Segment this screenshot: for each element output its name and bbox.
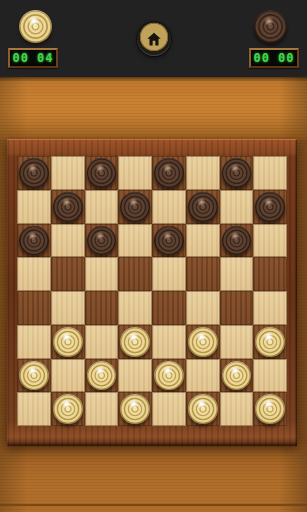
square-r3c1[interactable] — [17, 224, 51, 258]
square-r5c8[interactable] — [253, 291, 287, 325]
light-checker-piece[interactable] — [255, 394, 285, 424]
dark-checker-piece[interactable] — [19, 226, 49, 256]
square-r5c7[interactable] — [220, 291, 254, 325]
square-r8c2[interactable] — [51, 392, 85, 426]
square-r2c7[interactable] — [220, 190, 254, 224]
square-r7c7[interactable] — [220, 359, 254, 393]
square-r7c6[interactable] — [186, 359, 220, 393]
light-checker-piece[interactable] — [154, 361, 184, 391]
square-r7c1[interactable] — [17, 359, 51, 393]
square-r2c3[interactable] — [85, 190, 119, 224]
square-r8c7[interactable] — [220, 392, 254, 426]
dark-checker-piece[interactable] — [154, 158, 184, 188]
light-checker-piece[interactable] — [87, 361, 117, 391]
square-r3c7[interactable] — [220, 224, 254, 258]
square-r8c6[interactable] — [186, 392, 220, 426]
square-r2c8[interactable] — [253, 190, 287, 224]
square-r5c1[interactable] — [17, 291, 51, 325]
light-checker-piece[interactable] — [222, 361, 252, 391]
checkers-board — [17, 156, 287, 426]
dark-checker-piece[interactable] — [255, 192, 285, 222]
square-r1c2[interactable] — [51, 156, 85, 190]
square-r1c1[interactable] — [17, 156, 51, 190]
square-r8c1[interactable] — [17, 392, 51, 426]
square-r8c3[interactable] — [85, 392, 119, 426]
square-r6c4[interactable] — [118, 325, 152, 359]
square-r3c6[interactable] — [186, 224, 220, 258]
light-checker-piece[interactable] — [53, 394, 83, 424]
square-r7c2[interactable] — [51, 359, 85, 393]
square-r4c1[interactable] — [17, 257, 51, 291]
square-r8c5[interactable] — [152, 392, 186, 426]
square-r1c6[interactable] — [186, 156, 220, 190]
square-r7c4[interactable] — [118, 359, 152, 393]
dark-checker-piece[interactable] — [87, 158, 117, 188]
square-r4c7[interactable] — [220, 257, 254, 291]
light-checker-piece[interactable] — [19, 361, 49, 391]
light-checker-piece[interactable] — [188, 327, 218, 357]
square-r5c6[interactable] — [186, 291, 220, 325]
square-r5c4[interactable] — [118, 291, 152, 325]
square-r3c2[interactable] — [51, 224, 85, 258]
square-r6c3[interactable] — [85, 325, 119, 359]
light-player-indicator-piece — [19, 10, 52, 43]
square-r8c4[interactable] — [118, 392, 152, 426]
dark-checker-piece[interactable] — [154, 226, 184, 256]
square-r5c3[interactable] — [85, 291, 119, 325]
light-checker-piece[interactable] — [255, 327, 285, 357]
square-r4c8[interactable] — [253, 257, 287, 291]
square-r6c5[interactable] — [152, 325, 186, 359]
square-r5c5[interactable] — [152, 291, 186, 325]
dark-checker-piece[interactable] — [120, 192, 150, 222]
dark-clock-time: 00 00 — [251, 50, 297, 66]
square-r7c3[interactable] — [85, 359, 119, 393]
dark-checker-piece[interactable] — [53, 192, 83, 222]
square-r3c5[interactable] — [152, 224, 186, 258]
square-r4c2[interactable] — [51, 257, 85, 291]
dark-checker-piece[interactable] — [222, 158, 252, 188]
dark-checker-piece[interactable] — [87, 226, 117, 256]
square-r8c8[interactable] — [253, 392, 287, 426]
square-r4c6[interactable] — [186, 257, 220, 291]
light-checker-piece[interactable] — [53, 327, 83, 357]
square-r3c3[interactable] — [85, 224, 119, 258]
square-r6c1[interactable] — [17, 325, 51, 359]
table-plank-seam — [0, 504, 307, 506]
square-r3c8[interactable] — [253, 224, 287, 258]
light-checker-piece[interactable] — [188, 394, 218, 424]
checkers-board-frame — [7, 139, 297, 446]
light-player-clock: 88 88 00 04 — [8, 48, 58, 68]
square-r1c5[interactable] — [152, 156, 186, 190]
square-r2c4[interactable] — [118, 190, 152, 224]
square-r2c5[interactable] — [152, 190, 186, 224]
checkers-app-screen: 88 88 00 04 88 88 00 00 — [0, 0, 307, 512]
light-checker-piece[interactable] — [120, 327, 150, 357]
light-clock-time: 00 04 — [10, 50, 56, 66]
square-r7c5[interactable] — [152, 359, 186, 393]
square-r4c4[interactable] — [118, 257, 152, 291]
square-r6c8[interactable] — [253, 325, 287, 359]
square-r6c2[interactable] — [51, 325, 85, 359]
square-r4c5[interactable] — [152, 257, 186, 291]
square-r2c6[interactable] — [186, 190, 220, 224]
dark-player-indicator-piece — [254, 10, 287, 43]
dark-checker-piece[interactable] — [222, 226, 252, 256]
square-r1c7[interactable] — [220, 156, 254, 190]
dark-checker-piece[interactable] — [188, 192, 218, 222]
square-r6c6[interactable] — [186, 325, 220, 359]
square-r2c1[interactable] — [17, 190, 51, 224]
square-r3c4[interactable] — [118, 224, 152, 258]
square-r2c2[interactable] — [51, 190, 85, 224]
home-button[interactable] — [137, 22, 171, 56]
square-r5c2[interactable] — [51, 291, 85, 325]
square-r6c7[interactable] — [220, 325, 254, 359]
light-checker-piece[interactable] — [120, 394, 150, 424]
square-r7c8[interactable] — [253, 359, 287, 393]
home-icon — [145, 30, 163, 48]
top-bar: 88 88 00 04 88 88 00 00 — [0, 0, 307, 77]
square-r1c4[interactable] — [118, 156, 152, 190]
dark-player-clock: 88 88 00 00 — [249, 48, 299, 68]
square-r4c3[interactable] — [85, 257, 119, 291]
square-r1c8[interactable] — [253, 156, 287, 190]
dark-checker-piece[interactable] — [19, 158, 49, 188]
square-r1c3[interactable] — [85, 156, 119, 190]
